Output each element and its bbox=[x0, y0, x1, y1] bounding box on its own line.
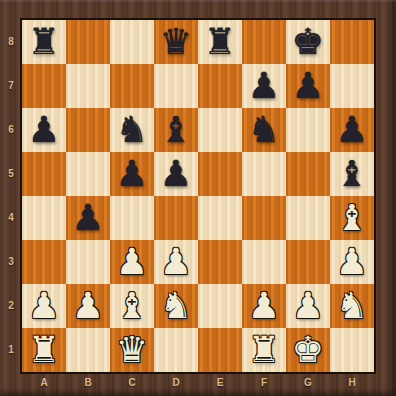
square-h4[interactable]: ♝ bbox=[330, 196, 374, 240]
rank-label-3: 3 bbox=[1, 240, 21, 284]
square-b7[interactable] bbox=[66, 64, 110, 108]
file-label-f: F bbox=[242, 372, 286, 396]
piece-black-pawn[interactable]: ♟ bbox=[248, 64, 280, 108]
square-f8[interactable] bbox=[242, 20, 286, 64]
piece-white-rook[interactable]: ♜ bbox=[248, 328, 280, 372]
square-a3[interactable] bbox=[22, 240, 66, 284]
square-h6[interactable]: ♟ bbox=[330, 108, 374, 152]
rank-label-7: 7 bbox=[1, 64, 21, 108]
piece-black-rook[interactable]: ♜ bbox=[28, 20, 60, 64]
square-a1[interactable]: ♜ bbox=[22, 328, 66, 372]
piece-white-knight[interactable]: ♞ bbox=[160, 284, 192, 328]
rank-label-6: 6 bbox=[1, 108, 21, 152]
square-b8[interactable] bbox=[66, 20, 110, 64]
square-e8[interactable]: ♜ bbox=[198, 20, 242, 64]
piece-black-bishop[interactable]: ♝ bbox=[160, 108, 192, 152]
square-c8[interactable] bbox=[110, 20, 154, 64]
chess-board: ♜♛♜♚♟♟♟♞♝♞♟♟♟♝♟♝♟♟♟♟♟♝♞♟♟♞♜♛♜♚ bbox=[22, 20, 374, 372]
piece-white-pawn[interactable]: ♟ bbox=[160, 240, 192, 284]
square-b1[interactable] bbox=[66, 328, 110, 372]
piece-black-pawn[interactable]: ♟ bbox=[72, 196, 104, 240]
square-c4[interactable] bbox=[110, 196, 154, 240]
square-f4[interactable] bbox=[242, 196, 286, 240]
piece-white-king[interactable]: ♚ bbox=[292, 328, 324, 372]
square-b2[interactable]: ♟ bbox=[66, 284, 110, 328]
piece-white-pawn[interactable]: ♟ bbox=[72, 284, 104, 328]
square-c5[interactable]: ♟ bbox=[110, 152, 154, 196]
square-h7[interactable] bbox=[330, 64, 374, 108]
file-label-d: D bbox=[154, 372, 198, 396]
square-e1[interactable] bbox=[198, 328, 242, 372]
square-g4[interactable] bbox=[286, 196, 330, 240]
square-f2[interactable]: ♟ bbox=[242, 284, 286, 328]
square-e7[interactable] bbox=[198, 64, 242, 108]
square-a8[interactable]: ♜ bbox=[22, 20, 66, 64]
piece-black-rook[interactable]: ♜ bbox=[204, 20, 236, 64]
piece-black-knight[interactable]: ♞ bbox=[116, 108, 148, 152]
square-b3[interactable] bbox=[66, 240, 110, 284]
square-a5[interactable] bbox=[22, 152, 66, 196]
square-d6[interactable]: ♝ bbox=[154, 108, 198, 152]
square-c1[interactable]: ♛ bbox=[110, 328, 154, 372]
rank-label-1: 1 bbox=[1, 328, 21, 372]
file-label-c: C bbox=[110, 372, 154, 396]
file-label-a: A bbox=[22, 372, 66, 396]
rank-label-8: 8 bbox=[1, 20, 21, 64]
piece-white-pawn[interactable]: ♟ bbox=[292, 284, 324, 328]
piece-white-pawn[interactable]: ♟ bbox=[116, 240, 148, 284]
piece-white-pawn[interactable]: ♟ bbox=[28, 284, 60, 328]
rank-label-2: 2 bbox=[1, 284, 21, 328]
square-f3[interactable] bbox=[242, 240, 286, 284]
square-d3[interactable]: ♟ bbox=[154, 240, 198, 284]
square-d5[interactable]: ♟ bbox=[154, 152, 198, 196]
piece-black-king[interactable]: ♚ bbox=[292, 20, 324, 64]
square-c7[interactable] bbox=[110, 64, 154, 108]
piece-white-pawn[interactable]: ♟ bbox=[336, 240, 368, 284]
square-a2[interactable]: ♟ bbox=[22, 284, 66, 328]
square-g5[interactable] bbox=[286, 152, 330, 196]
square-e2[interactable] bbox=[198, 284, 242, 328]
square-h2[interactable]: ♞ bbox=[330, 284, 374, 328]
square-h8[interactable] bbox=[330, 20, 374, 64]
piece-black-pawn[interactable]: ♟ bbox=[336, 108, 368, 152]
piece-white-bishop[interactable]: ♝ bbox=[336, 196, 368, 240]
rank-label-5: 5 bbox=[1, 152, 21, 196]
file-label-b: B bbox=[66, 372, 110, 396]
square-e3[interactable] bbox=[198, 240, 242, 284]
piece-black-pawn[interactable]: ♟ bbox=[28, 108, 60, 152]
square-g6[interactable] bbox=[286, 108, 330, 152]
piece-black-pawn[interactable]: ♟ bbox=[292, 64, 324, 108]
piece-white-bishop[interactable]: ♝ bbox=[116, 284, 148, 328]
square-g7[interactable]: ♟ bbox=[286, 64, 330, 108]
square-d1[interactable] bbox=[154, 328, 198, 372]
square-d2[interactable]: ♞ bbox=[154, 284, 198, 328]
square-e5[interactable] bbox=[198, 152, 242, 196]
piece-black-bishop[interactable]: ♝ bbox=[336, 152, 368, 196]
square-d4[interactable] bbox=[154, 196, 198, 240]
square-e4[interactable] bbox=[198, 196, 242, 240]
square-f6[interactable]: ♞ bbox=[242, 108, 286, 152]
square-b4[interactable]: ♟ bbox=[66, 196, 110, 240]
square-e6[interactable] bbox=[198, 108, 242, 152]
square-f1[interactable]: ♜ bbox=[242, 328, 286, 372]
piece-white-knight[interactable]: ♞ bbox=[336, 284, 368, 328]
square-g3[interactable] bbox=[286, 240, 330, 284]
piece-white-pawn[interactable]: ♟ bbox=[248, 284, 280, 328]
piece-black-pawn[interactable]: ♟ bbox=[116, 152, 148, 196]
square-b6[interactable] bbox=[66, 108, 110, 152]
square-g2[interactable]: ♟ bbox=[286, 284, 330, 328]
square-a4[interactable] bbox=[22, 196, 66, 240]
square-d8[interactable]: ♛ bbox=[154, 20, 198, 64]
piece-black-pawn[interactable]: ♟ bbox=[160, 152, 192, 196]
square-f5[interactable] bbox=[242, 152, 286, 196]
piece-black-queen[interactable]: ♛ bbox=[160, 20, 192, 64]
piece-white-rook[interactable]: ♜ bbox=[28, 328, 60, 372]
square-a6[interactable]: ♟ bbox=[22, 108, 66, 152]
file-label-g: G bbox=[286, 372, 330, 396]
square-g8[interactable]: ♚ bbox=[286, 20, 330, 64]
piece-black-knight[interactable]: ♞ bbox=[248, 108, 280, 152]
square-d7[interactable] bbox=[154, 64, 198, 108]
square-c3[interactable]: ♟ bbox=[110, 240, 154, 284]
square-g1[interactable]: ♚ bbox=[286, 328, 330, 372]
square-c2[interactable]: ♝ bbox=[110, 284, 154, 328]
file-label-h: H bbox=[330, 372, 374, 396]
rank-label-4: 4 bbox=[1, 196, 21, 240]
file-label-e: E bbox=[198, 372, 242, 396]
square-b5[interactable] bbox=[66, 152, 110, 196]
square-h1[interactable] bbox=[330, 328, 374, 372]
square-a7[interactable] bbox=[22, 64, 66, 108]
square-f7[interactable]: ♟ bbox=[242, 64, 286, 108]
square-h3[interactable]: ♟ bbox=[330, 240, 374, 284]
piece-white-queen[interactable]: ♛ bbox=[116, 328, 148, 372]
square-h5[interactable]: ♝ bbox=[330, 152, 374, 196]
board-frame: ♜♛♜♚♟♟♟♞♝♞♟♟♟♝♟♝♟♟♟♟♟♝♞♟♟♞♜♛♜♚ 87654321A… bbox=[0, 0, 396, 396]
square-c6[interactable]: ♞ bbox=[110, 108, 154, 152]
